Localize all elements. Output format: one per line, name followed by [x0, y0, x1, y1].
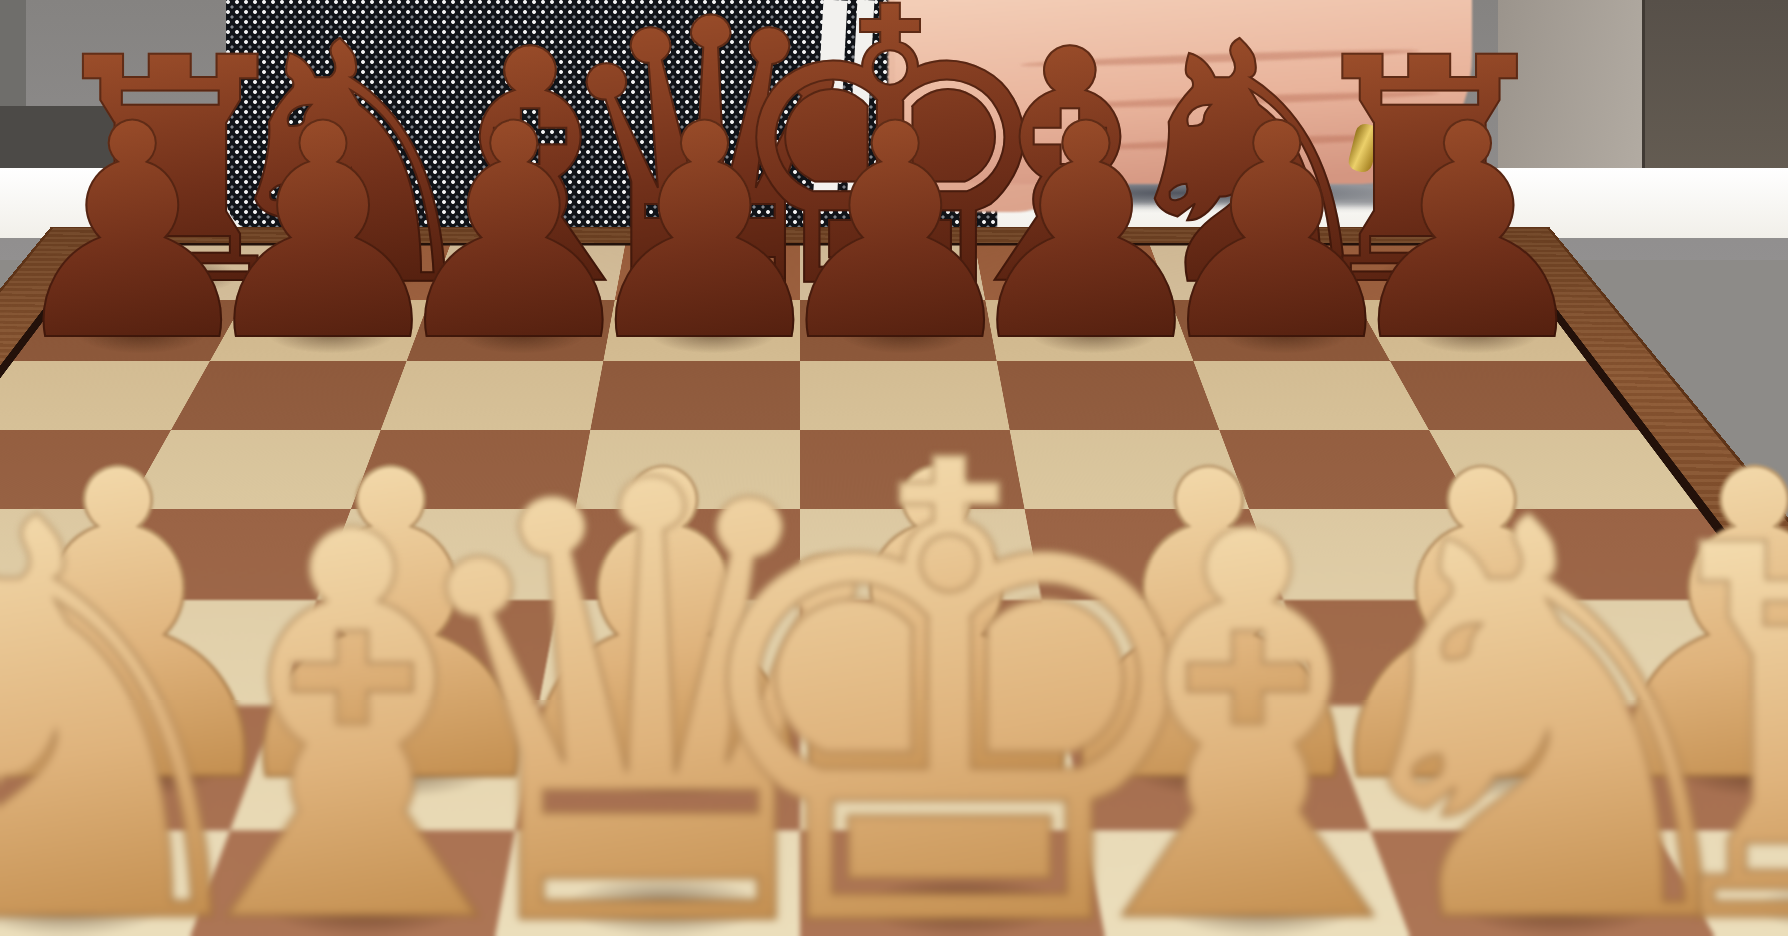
- square-g3: [1283, 600, 1584, 706]
- board-inlay-border: [0, 243, 1788, 936]
- square-e7: [800, 300, 997, 361]
- square-e2: [800, 706, 1085, 831]
- piece-shadow: [277, 729, 529, 809]
- square-h4: [1473, 509, 1766, 600]
- square-f6: [997, 361, 1220, 430]
- piece-white-bishop: ♝: [114, 465, 591, 936]
- square-g6: [1193, 361, 1429, 430]
- depth-of-field-overlay: [0, 560, 1788, 700]
- square-e6: [800, 361, 1010, 430]
- square-h3: [1525, 600, 1788, 706]
- square-c2: [230, 706, 539, 831]
- square-a4: [0, 509, 127, 600]
- piece-shadow: [1388, 306, 1564, 362]
- square-a5: [0, 430, 171, 509]
- square-d6: [590, 361, 800, 430]
- piece-shadow: [1095, 729, 1347, 809]
- square-d3: [538, 600, 800, 706]
- square-c5: [351, 430, 590, 509]
- square-e5: [800, 430, 1024, 509]
- square-c6: [381, 361, 604, 430]
- piece-white-bishop: ♝: [1009, 465, 1486, 936]
- square-f7: [985, 300, 1193, 361]
- piece-shadow: [4, 729, 256, 809]
- square-g7: [1170, 300, 1390, 361]
- piece-shadow: [1421, 862, 1696, 936]
- piece-white-pawn: ♟: [1292, 418, 1672, 842]
- depth-of-field-overlay: [0, 700, 1788, 936]
- piece-shadow: [53, 306, 229, 362]
- piece-white-pawn: ♟: [1019, 418, 1399, 842]
- piece-shadow: [625, 306, 801, 362]
- square-f1: [1085, 830, 1426, 936]
- piece-white-rook: ♜: [1614, 480, 1788, 936]
- piece-white-pawn: ♟: [201, 418, 581, 842]
- piece-white-pawn: ♟: [1565, 418, 1788, 842]
- piece-white-pawn: ♟: [0, 418, 35, 842]
- square-a7: [13, 300, 244, 361]
- chessboard-frame: [0, 227, 1788, 936]
- square-b2: [0, 706, 277, 831]
- square-g1: [1370, 830, 1739, 936]
- piece-white-knight: ♞: [1299, 450, 1788, 936]
- piece-shadow: [1368, 729, 1620, 809]
- square-g5: [1219, 430, 1473, 509]
- square-h7: [1356, 300, 1587, 361]
- piece-white-knight: ♞: [0, 450, 301, 936]
- piece-shadow: [1720, 862, 1788, 936]
- square-e1: [800, 830, 1113, 936]
- piece-shadow: [824, 862, 1099, 936]
- square-f2: [1062, 706, 1371, 831]
- piece-white-pawn: ♟: [746, 418, 1126, 842]
- piece-shadow: [549, 729, 801, 809]
- piece-white-pawn: ♟: [474, 418, 854, 842]
- piece-shadow: [243, 306, 419, 362]
- square-a6: [0, 361, 210, 430]
- square-f4: [1024, 509, 1283, 600]
- piece-shadow: [434, 306, 610, 362]
- square-h6: [1390, 361, 1639, 430]
- square-g4: [1249, 509, 1525, 600]
- square-d2: [515, 706, 800, 831]
- square-c1: [174, 830, 515, 936]
- square-f3: [1042, 600, 1323, 706]
- board-grid: [0, 246, 1788, 936]
- square-d4: [558, 509, 800, 600]
- piece-shadow: [1641, 729, 1788, 809]
- square-b3: [15, 600, 316, 706]
- piece-shadow: [526, 862, 801, 936]
- dark-panel-right: [1642, 0, 1788, 174]
- square-b7: [210, 300, 430, 361]
- square-e4: [800, 509, 1042, 600]
- piece-shadow: [0, 862, 205, 936]
- square-b4: [75, 509, 351, 600]
- square-c7: [407, 300, 615, 361]
- piece-shadow: [822, 729, 1074, 809]
- square-d1: [487, 830, 800, 936]
- square-c3: [277, 600, 558, 706]
- piece-white-pawn: ♟: [0, 418, 308, 842]
- square-d7: [603, 300, 800, 361]
- square-d5: [576, 430, 800, 509]
- square-h1: [1655, 830, 1788, 936]
- square-b1: [0, 830, 230, 936]
- square-g2: [1323, 706, 1655, 831]
- piece-shadow: [1006, 306, 1182, 362]
- square-a2: [0, 706, 15, 831]
- square-h2: [1585, 706, 1788, 831]
- square-f5: [1010, 430, 1249, 509]
- piece-shadow: [227, 862, 502, 936]
- square-h5: [1429, 430, 1698, 509]
- square-e3: [800, 600, 1062, 706]
- square-b6: [171, 361, 407, 430]
- piece-white-queen: ♛: [379, 405, 922, 936]
- piece-shadow: [816, 306, 992, 362]
- piece-white-king: ♚: [665, 382, 1233, 936]
- piece-shadow: [1123, 862, 1398, 936]
- wall-light-wedge: [1498, 0, 1642, 172]
- piece-shadow: [1197, 306, 1373, 362]
- square-c4: [317, 509, 576, 600]
- square-b5: [127, 430, 381, 509]
- square-a3: [0, 600, 75, 706]
